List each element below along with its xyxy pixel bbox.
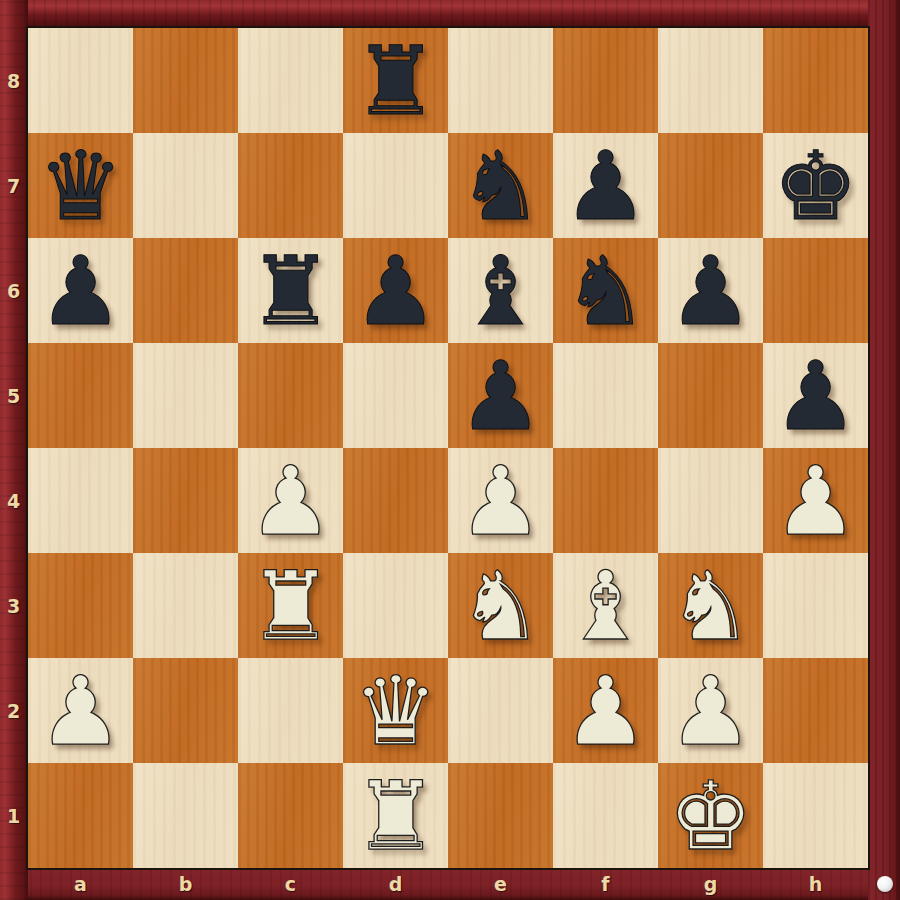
square-a5[interactable] — [28, 343, 133, 448]
piece-white-pawn-c4[interactable]: ♟ — [248, 454, 333, 549]
square-c5[interactable] — [238, 343, 343, 448]
file-label-b: b — [133, 868, 238, 900]
piece-white-rook-c3[interactable]: ♜ — [248, 559, 333, 654]
square-d8[interactable]: ♜ — [343, 28, 448, 133]
square-f4[interactable] — [553, 448, 658, 553]
square-c3[interactable]: ♜ — [238, 553, 343, 658]
piece-black-pawn-a6[interactable]: ♟ — [38, 244, 123, 339]
piece-white-bishop-f3[interactable]: ♝ — [563, 559, 648, 654]
square-a6[interactable]: ♟ — [28, 238, 133, 343]
square-a2[interactable]: ♟ — [28, 658, 133, 763]
square-f6[interactable]: ♞ — [553, 238, 658, 343]
square-b6[interactable] — [133, 238, 238, 343]
square-a8[interactable] — [28, 28, 133, 133]
square-b2[interactable] — [133, 658, 238, 763]
square-h8[interactable] — [763, 28, 868, 133]
file-label-h: h — [763, 868, 868, 900]
square-f1[interactable] — [553, 763, 658, 868]
piece-white-knight-e3[interactable]: ♞ — [458, 559, 543, 654]
square-h7[interactable]: ♚ — [763, 133, 868, 238]
square-e1[interactable] — [448, 763, 553, 868]
chess-app-window: ♜♛♞♟♚♟♜♟♝♞♟♟♟♟♟♟♜♞♝♞♟♛♟♟♜♚ 87654321abcde… — [0, 0, 900, 900]
piece-black-knight-e7[interactable]: ♞ — [458, 139, 543, 234]
piece-white-knight-g3[interactable]: ♞ — [668, 559, 753, 654]
square-b3[interactable] — [133, 553, 238, 658]
square-h5[interactable]: ♟ — [763, 343, 868, 448]
square-d3[interactable] — [343, 553, 448, 658]
square-c2[interactable] — [238, 658, 343, 763]
square-d7[interactable] — [343, 133, 448, 238]
rank-label-6: 6 — [0, 238, 27, 343]
piece-black-pawn-f7[interactable]: ♟ — [563, 139, 648, 234]
piece-black-bishop-e6[interactable]: ♝ — [458, 244, 543, 339]
square-d4[interactable] — [343, 448, 448, 553]
piece-black-pawn-h5[interactable]: ♟ — [773, 349, 858, 444]
square-h3[interactable] — [763, 553, 868, 658]
file-label-a: a — [28, 868, 133, 900]
square-g6[interactable]: ♟ — [658, 238, 763, 343]
rank-label-4: 4 — [0, 448, 27, 553]
piece-black-pawn-g6[interactable]: ♟ — [668, 244, 753, 339]
piece-black-king-h7[interactable]: ♚ — [773, 139, 858, 234]
square-g1[interactable]: ♚ — [658, 763, 763, 868]
piece-black-rook-d8[interactable]: ♜ — [353, 34, 438, 129]
square-f3[interactable]: ♝ — [553, 553, 658, 658]
file-label-c: c — [238, 868, 343, 900]
square-b7[interactable] — [133, 133, 238, 238]
square-e4[interactable]: ♟ — [448, 448, 553, 553]
piece-black-pawn-d6[interactable]: ♟ — [353, 244, 438, 339]
square-g5[interactable] — [658, 343, 763, 448]
square-e5[interactable]: ♟ — [448, 343, 553, 448]
rank-label-1: 1 — [0, 763, 27, 868]
square-b1[interactable] — [133, 763, 238, 868]
square-f5[interactable] — [553, 343, 658, 448]
square-a4[interactable] — [28, 448, 133, 553]
square-c1[interactable] — [238, 763, 343, 868]
rank-label-3: 3 — [0, 553, 27, 658]
square-d6[interactable]: ♟ — [343, 238, 448, 343]
piece-white-pawn-f2[interactable]: ♟ — [563, 664, 648, 759]
piece-white-king-g1[interactable]: ♚ — [668, 769, 753, 864]
square-d1[interactable]: ♜ — [343, 763, 448, 868]
square-e3[interactable]: ♞ — [448, 553, 553, 658]
square-e2[interactable] — [448, 658, 553, 763]
square-h1[interactable] — [763, 763, 868, 868]
rank-label-7: 7 — [0, 133, 27, 238]
rank-label-2: 2 — [0, 658, 27, 763]
piece-black-queen-a7[interactable]: ♛ — [38, 139, 123, 234]
square-a1[interactable] — [28, 763, 133, 868]
piece-white-pawn-h4[interactable]: ♟ — [773, 454, 858, 549]
piece-black-pawn-e5[interactable]: ♟ — [458, 349, 543, 444]
square-b5[interactable] — [133, 343, 238, 448]
square-a7[interactable]: ♛ — [28, 133, 133, 238]
square-d2[interactable]: ♛ — [343, 658, 448, 763]
board-frame-right — [868, 0, 900, 900]
piece-white-queen-d2[interactable]: ♛ — [353, 664, 438, 759]
piece-white-pawn-a2[interactable]: ♟ — [38, 664, 123, 759]
square-c7[interactable] — [238, 133, 343, 238]
piece-white-rook-d1[interactable]: ♜ — [353, 769, 438, 864]
square-f8[interactable] — [553, 28, 658, 133]
square-c4[interactable]: ♟ — [238, 448, 343, 553]
file-label-g: g — [658, 868, 763, 900]
square-a3[interactable] — [28, 553, 133, 658]
rank-label-5: 5 — [0, 343, 27, 448]
square-g3[interactable]: ♞ — [658, 553, 763, 658]
square-g2[interactable]: ♟ — [658, 658, 763, 763]
square-c8[interactable] — [238, 28, 343, 133]
square-g7[interactable] — [658, 133, 763, 238]
side-to-move-indicator — [877, 876, 893, 892]
square-e8[interactable] — [448, 28, 553, 133]
file-label-d: d — [343, 868, 448, 900]
square-g8[interactable] — [658, 28, 763, 133]
chess-board: ♜♛♞♟♚♟♜♟♝♞♟♟♟♟♟♟♜♞♝♞♟♛♟♟♜♚ — [28, 28, 868, 868]
piece-black-knight-f6[interactable]: ♞ — [563, 244, 648, 339]
piece-white-pawn-e4[interactable]: ♟ — [458, 454, 543, 549]
square-h6[interactable] — [763, 238, 868, 343]
board-frame-top — [0, 0, 900, 28]
square-f2[interactable]: ♟ — [553, 658, 658, 763]
square-d5[interactable] — [343, 343, 448, 448]
square-g4[interactable] — [658, 448, 763, 553]
square-c6[interactable]: ♜ — [238, 238, 343, 343]
piece-black-rook-c6[interactable]: ♜ — [248, 244, 333, 339]
square-b4[interactable] — [133, 448, 238, 553]
file-label-e: e — [448, 868, 553, 900]
square-e7[interactable]: ♞ — [448, 133, 553, 238]
square-h2[interactable] — [763, 658, 868, 763]
rank-label-8: 8 — [0, 28, 27, 133]
square-h4[interactable]: ♟ — [763, 448, 868, 553]
square-f7[interactable]: ♟ — [553, 133, 658, 238]
square-e6[interactable]: ♝ — [448, 238, 553, 343]
file-label-f: f — [553, 868, 658, 900]
piece-white-pawn-g2[interactable]: ♟ — [668, 664, 753, 759]
square-b8[interactable] — [133, 28, 238, 133]
